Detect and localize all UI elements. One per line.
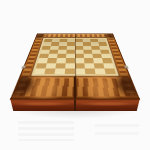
perspective-scene bbox=[0, 0, 150, 150]
center-fold-seam-frame bbox=[74, 77, 77, 99]
board-inner-margin bbox=[30, 37, 120, 76]
square-h1 bbox=[104, 68, 116, 74]
board-squares bbox=[34, 39, 116, 74]
left-hinge-latch bbox=[22, 66, 26, 69]
square-e1 bbox=[75, 68, 85, 74]
square-d1 bbox=[65, 68, 75, 74]
square-c1 bbox=[55, 68, 66, 74]
bottom-frame-carving bbox=[15, 77, 134, 96]
right-hinge-latch bbox=[124, 66, 128, 69]
photo-background bbox=[0, 0, 150, 150]
chessboard bbox=[10, 34, 140, 100]
